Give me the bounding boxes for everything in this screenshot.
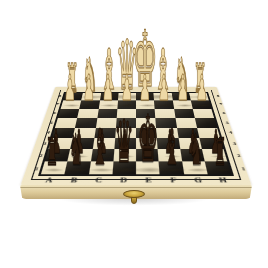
rank-label-7-right: 7	[215, 102, 227, 106]
piece-dark-bishop-f1[interactable]: ♝	[164, 122, 180, 172]
piece-dark-bishop-c1[interactable]: ♝	[92, 122, 108, 172]
rank-label-6-right: 6	[218, 111, 231, 115]
file-label-h: H	[210, 177, 236, 185]
file-label-a: A	[36, 177, 62, 185]
file-label-d: D	[111, 177, 135, 185]
file-label-g: G	[186, 177, 212, 185]
piece-light-pawn-c7[interactable]: ♟	[102, 71, 114, 107]
piece-dark-king-e1[interactable]: ♚	[137, 107, 158, 172]
rank-label-2-right: 2	[231, 153, 246, 159]
square-b6[interactable]	[77, 109, 98, 118]
piece-dark-knight-b1[interactable]: ♞	[69, 129, 83, 172]
clasp-tongue	[131, 197, 137, 204]
rank-label-8-right: 8	[212, 94, 224, 98]
file-label-f: F	[161, 177, 186, 185]
file-label-e: E	[136, 177, 160, 185]
piece-dark-knight-g1[interactable]: ♞	[189, 129, 203, 172]
rank-label-1-right: 1	[235, 166, 251, 172]
rank-label-5-right: 5	[221, 120, 234, 124]
piece-light-pawn-g7[interactable]: ♟	[177, 71, 189, 107]
clasp-latch-icon	[123, 190, 145, 204]
piece-light-pawn-b7[interactable]: ♟	[83, 71, 95, 107]
rank-label-7-left: 7	[51, 102, 63, 106]
rank-label-1-left: 1	[29, 166, 45, 172]
piece-light-pawn-h7[interactable]: ♟	[196, 71, 208, 107]
square-h6[interactable]	[193, 109, 215, 118]
piece-dark-rook-a1[interactable]: ♜	[46, 133, 59, 172]
piece-light-pawn-f7[interactable]: ♟	[159, 71, 171, 107]
rank-label-3-right: 3	[227, 141, 242, 146]
piece-light-pawn-a7[interactable]: ♟	[64, 71, 76, 107]
piece-dark-rook-h1[interactable]: ♜	[213, 133, 226, 172]
file-label-b: B	[61, 177, 87, 185]
chess-set-photo: ABCDEFGH1122334455667788 ♜♞♝♛♚♝♞♜♟♟♟♟♟♟♟…	[0, 0, 268, 268]
rank-label-6-left: 6	[48, 111, 61, 115]
piece-light-pawn-d7[interactable]: ♟	[121, 71, 133, 107]
box-lid-seam	[20, 187, 252, 188]
piece-dark-queen-d1[interactable]: ♛	[114, 113, 134, 172]
square-g6[interactable]	[174, 109, 195, 118]
file-label-c: C	[86, 177, 111, 185]
